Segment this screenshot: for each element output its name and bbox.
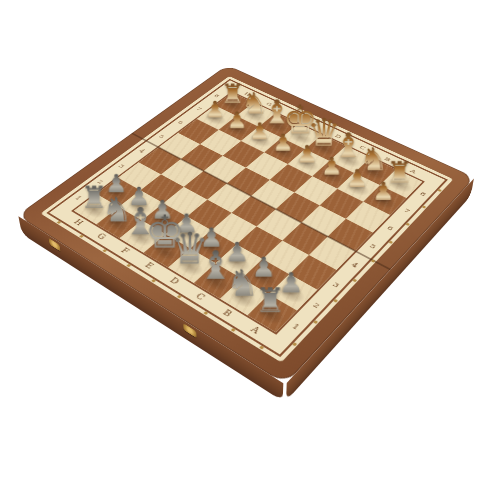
black-pawn[interactable]: ♟ bbox=[361, 178, 405, 203]
white-rook[interactable]: ♜ bbox=[245, 283, 295, 317]
product-photo: ♜♞♝♚♛♝♞♜♟♟♟♟♟♟♟♟♟♟♟♟♟♟♟♟♜♞♝♚♛♝♞♜ HHGGFFE… bbox=[0, 0, 500, 500]
scene: ♜♞♝♚♛♝♞♜♟♟♟♟♟♟♟♟♟♟♟♟♟♟♟♟♜♞♝♚♛♝♞♜ HHGGFFE… bbox=[0, 0, 500, 500]
board-frame: ♜♞♝♚♛♝♞♜♟♟♟♟♟♟♟♟♟♟♟♟♟♟♟♟♜♞♝♚♛♝♞♜ HHGGFFE… bbox=[17, 65, 475, 385]
chess-board: ♜♞♝♚♛♝♞♜♟♟♟♟♟♟♟♟♟♟♟♟♟♟♟♟♜♞♝♚♛♝♞♜ HHGGFFE… bbox=[17, 65, 475, 385]
